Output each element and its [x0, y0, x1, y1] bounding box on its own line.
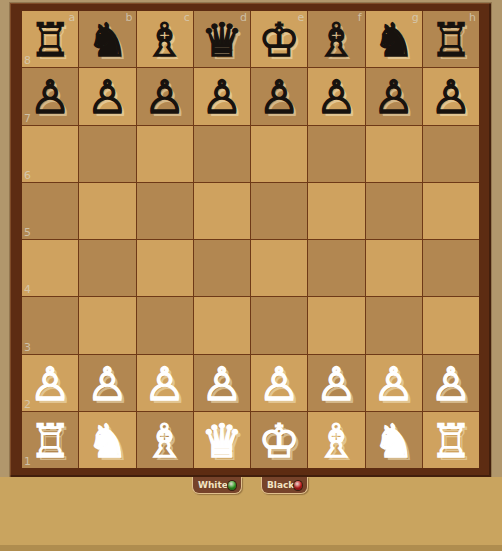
piece-white-pawn[interactable]: ♙: [373, 361, 414, 407]
piece-white-bishop[interactable]: ♗: [316, 418, 357, 464]
piece-black-pawn[interactable]: ♙: [316, 74, 357, 120]
square-a2[interactable]: 2♙: [22, 355, 78, 411]
piece-white-pawn[interactable]: ♙: [259, 361, 300, 407]
square-g1[interactable]: ♞: [366, 412, 422, 468]
square-g7[interactable]: ♙: [366, 68, 422, 124]
piece-black-knight[interactable]: ♞: [87, 17, 128, 63]
piece-white-rook[interactable]: ♖: [430, 418, 471, 464]
tab-black-player[interactable]: Black: [261, 477, 308, 494]
square-a7[interactable]: 7♙: [22, 68, 78, 124]
piece-black-pawn[interactable]: ♙: [87, 74, 128, 120]
square-e1[interactable]: ♔: [251, 412, 307, 468]
black-turn-led-icon: [294, 481, 302, 490]
piece-white-pawn[interactable]: ♙: [144, 361, 185, 407]
square-g6[interactable]: [366, 126, 422, 182]
square-b1[interactable]: ♞: [79, 412, 135, 468]
square-e8[interactable]: e♔: [251, 11, 307, 67]
rank-label-4: 4: [24, 284, 31, 295]
white-turn-led-icon: [228, 481, 236, 490]
piece-white-pawn[interactable]: ♙: [201, 361, 242, 407]
piece-white-knight[interactable]: ♞: [373, 418, 414, 464]
file-label-f: f: [358, 12, 362, 23]
square-e3[interactable]: [251, 297, 307, 353]
piece-black-king[interactable]: ♔: [259, 17, 300, 63]
square-h6[interactable]: [423, 126, 479, 182]
piece-black-pawn[interactable]: ♙: [430, 74, 471, 120]
square-b8[interactable]: b♞: [79, 11, 135, 67]
square-a3[interactable]: 3: [22, 297, 78, 353]
piece-white-pawn[interactable]: ♙: [430, 361, 471, 407]
square-f7[interactable]: ♙: [308, 68, 364, 124]
square-d3[interactable]: [194, 297, 250, 353]
square-f2[interactable]: ♙: [308, 355, 364, 411]
square-a4[interactable]: 4: [22, 240, 78, 296]
square-g8[interactable]: g♞: [366, 11, 422, 67]
tab-white-player[interactable]: White: [192, 477, 242, 494]
piece-black-bishop[interactable]: ♗: [144, 17, 185, 63]
square-e7[interactable]: ♙: [251, 68, 307, 124]
square-b4[interactable]: [79, 240, 135, 296]
square-c2[interactable]: ♙: [137, 355, 193, 411]
square-f6[interactable]: [308, 126, 364, 182]
square-f4[interactable]: [308, 240, 364, 296]
square-h5[interactable]: [423, 183, 479, 239]
square-g4[interactable]: [366, 240, 422, 296]
piece-black-pawn[interactable]: ♙: [373, 74, 414, 120]
piece-white-queen[interactable]: ♛: [201, 418, 242, 464]
square-h3[interactable]: [423, 297, 479, 353]
square-h7[interactable]: ♙: [423, 68, 479, 124]
square-b3[interactable]: [79, 297, 135, 353]
piece-black-pawn[interactable]: ♙: [201, 74, 242, 120]
square-a5[interactable]: 5: [22, 183, 78, 239]
piece-black-knight[interactable]: ♞: [373, 17, 414, 63]
square-c1[interactable]: ♗: [137, 412, 193, 468]
square-a1[interactable]: 1♖: [22, 412, 78, 468]
square-f3[interactable]: [308, 297, 364, 353]
square-c6[interactable]: [137, 126, 193, 182]
square-b7[interactable]: ♙: [79, 68, 135, 124]
square-d7[interactable]: ♙: [194, 68, 250, 124]
square-d4[interactable]: [194, 240, 250, 296]
square-h8[interactable]: h♖: [423, 11, 479, 67]
square-b6[interactable]: [79, 126, 135, 182]
piece-black-pawn[interactable]: ♙: [144, 74, 185, 120]
square-a6[interactable]: 6: [22, 126, 78, 182]
piece-white-rook[interactable]: ♖: [30, 418, 71, 464]
square-b5[interactable]: [79, 183, 135, 239]
chess-board[interactable]: a8♖b♞c♗d♛e♔f♗g♞h♖7♙♙♙♙♙♙♙♙65432♙♙♙♙♙♙♙♙1…: [22, 11, 479, 468]
square-c4[interactable]: [137, 240, 193, 296]
square-d5[interactable]: [194, 183, 250, 239]
square-c7[interactable]: ♙: [137, 68, 193, 124]
square-c5[interactable]: [137, 183, 193, 239]
square-d1[interactable]: ♛: [194, 412, 250, 468]
square-f8[interactable]: f♗: [308, 11, 364, 67]
piece-black-queen[interactable]: ♛: [201, 17, 242, 63]
square-d8[interactable]: d♛: [194, 11, 250, 67]
square-c3[interactable]: [137, 297, 193, 353]
piece-white-bishop[interactable]: ♗: [144, 418, 185, 464]
piece-white-knight[interactable]: ♞: [87, 418, 128, 464]
piece-black-rook[interactable]: ♖: [430, 17, 471, 63]
square-f5[interactable]: [308, 183, 364, 239]
square-g2[interactable]: ♙: [366, 355, 422, 411]
piece-white-pawn[interactable]: ♙: [30, 361, 71, 407]
square-b2[interactable]: ♙: [79, 355, 135, 411]
square-e4[interactable]: [251, 240, 307, 296]
white-tab-label: White: [198, 480, 228, 490]
square-d2[interactable]: ♙: [194, 355, 250, 411]
rank-label-5: 5: [24, 227, 31, 238]
square-e2[interactable]: ♙: [251, 355, 307, 411]
rank-label-3: 3: [24, 342, 31, 353]
square-d6[interactable]: [194, 126, 250, 182]
square-e6[interactable]: [251, 126, 307, 182]
piece-white-pawn[interactable]: ♙: [87, 361, 128, 407]
rank-label-6: 6: [24, 170, 31, 181]
piece-black-pawn[interactable]: ♙: [259, 74, 300, 120]
piece-black-pawn[interactable]: ♙: [30, 74, 71, 120]
square-f1[interactable]: ♗: [308, 412, 364, 468]
square-g5[interactable]: [366, 183, 422, 239]
window-bottom-edge: [0, 545, 502, 551]
square-h2[interactable]: ♙: [423, 355, 479, 411]
square-h1[interactable]: ♖: [423, 412, 479, 468]
piece-black-bishop[interactable]: ♗: [316, 17, 357, 63]
square-e5[interactable]: [251, 183, 307, 239]
black-tab-label: Black: [267, 480, 294, 490]
piece-black-rook[interactable]: ♖: [30, 17, 71, 63]
square-a8[interactable]: a8♖: [22, 11, 78, 67]
square-h4[interactable]: [423, 240, 479, 296]
square-c8[interactable]: c♗: [137, 11, 193, 67]
piece-white-pawn[interactable]: ♙: [316, 361, 357, 407]
piece-white-king[interactable]: ♔: [259, 418, 300, 464]
status-panel: White Black DRAWN 0 0: [0, 477, 502, 551]
square-g3[interactable]: [366, 297, 422, 353]
board-frame: a8♖b♞c♗d♛e♔f♗g♞h♖7♙♙♙♙♙♙♙♙65432♙♙♙♙♙♙♙♙1…: [10, 3, 491, 477]
